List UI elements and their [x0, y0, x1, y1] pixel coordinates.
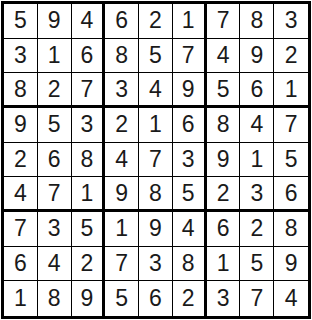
cell-r2c6[interactable]: 7	[173, 39, 207, 74]
cell-r3c5[interactable]: 4	[139, 73, 173, 108]
cell-r6c5[interactable]: 8	[139, 177, 173, 212]
sudoku-board: 5946217833168574928273495619532168472684…	[1, 1, 311, 319]
cell-r3c6[interactable]: 9	[173, 73, 207, 108]
cell-r7c4[interactable]: 1	[105, 212, 139, 247]
cell-r6c9[interactable]: 6	[274, 177, 308, 212]
cell-r4c7[interactable]: 8	[207, 108, 241, 143]
cell-r5c5[interactable]: 7	[139, 143, 173, 178]
cell-r1c1[interactable]: 5	[4, 4, 38, 39]
cell-r2c8[interactable]: 9	[240, 39, 274, 74]
cell-r8c2[interactable]: 4	[38, 247, 72, 282]
cell-r1c4[interactable]: 6	[105, 4, 139, 39]
cell-r5c1[interactable]: 2	[4, 143, 38, 178]
cell-r2c7[interactable]: 4	[207, 39, 241, 74]
cell-r6c6[interactable]: 5	[173, 177, 207, 212]
cell-r6c2[interactable]: 7	[38, 177, 72, 212]
sudoku-page: 5946217833168574928273495619532168472684…	[0, 0, 312, 320]
cell-r8c6[interactable]: 8	[173, 247, 207, 282]
cell-r7c5[interactable]: 9	[139, 212, 173, 247]
cell-r5c3[interactable]: 8	[72, 143, 106, 178]
cell-r9c1[interactable]: 1	[4, 281, 38, 316]
cell-r4c2[interactable]: 5	[38, 108, 72, 143]
cell-r7c3[interactable]: 5	[72, 212, 106, 247]
cell-r9c8[interactable]: 7	[240, 281, 274, 316]
cell-r9c9[interactable]: 4	[274, 281, 308, 316]
cell-r1c2[interactable]: 9	[38, 4, 72, 39]
cell-r7c7[interactable]: 6	[207, 212, 241, 247]
cell-r4c5[interactable]: 1	[139, 108, 173, 143]
cell-r1c7[interactable]: 7	[207, 4, 241, 39]
cell-r3c1[interactable]: 8	[4, 73, 38, 108]
cell-r9c5[interactable]: 6	[139, 281, 173, 316]
cell-r5c6[interactable]: 3	[173, 143, 207, 178]
cell-r4c6[interactable]: 6	[173, 108, 207, 143]
cell-r5c9[interactable]: 5	[274, 143, 308, 178]
cell-r6c3[interactable]: 1	[72, 177, 106, 212]
cell-r6c8[interactable]: 3	[240, 177, 274, 212]
cell-r8c1[interactable]: 6	[4, 247, 38, 282]
cell-r4c1[interactable]: 9	[4, 108, 38, 143]
cell-r9c3[interactable]: 9	[72, 281, 106, 316]
cell-r7c2[interactable]: 3	[38, 212, 72, 247]
cell-r2c3[interactable]: 6	[72, 39, 106, 74]
cell-r2c5[interactable]: 5	[139, 39, 173, 74]
cell-r2c4[interactable]: 8	[105, 39, 139, 74]
cell-r3c8[interactable]: 6	[240, 73, 274, 108]
cell-r3c9[interactable]: 1	[274, 73, 308, 108]
cell-r2c9[interactable]: 2	[274, 39, 308, 74]
cell-r9c2[interactable]: 8	[38, 281, 72, 316]
cell-r7c8[interactable]: 2	[240, 212, 274, 247]
cell-r8c9[interactable]: 9	[274, 247, 308, 282]
cell-r6c1[interactable]: 4	[4, 177, 38, 212]
cell-r4c9[interactable]: 7	[274, 108, 308, 143]
cell-r3c3[interactable]: 7	[72, 73, 106, 108]
cell-r4c8[interactable]: 4	[240, 108, 274, 143]
cell-r8c4[interactable]: 7	[105, 247, 139, 282]
cell-r3c2[interactable]: 2	[38, 73, 72, 108]
cell-r3c4[interactable]: 3	[105, 73, 139, 108]
cell-r6c4[interactable]: 9	[105, 177, 139, 212]
cell-r9c6[interactable]: 2	[173, 281, 207, 316]
cell-r8c8[interactable]: 5	[240, 247, 274, 282]
cell-r1c6[interactable]: 1	[173, 4, 207, 39]
cell-r4c4[interactable]: 2	[105, 108, 139, 143]
cell-r2c2[interactable]: 1	[38, 39, 72, 74]
cell-r5c8[interactable]: 1	[240, 143, 274, 178]
cell-r9c7[interactable]: 3	[207, 281, 241, 316]
cell-r1c3[interactable]: 4	[72, 4, 106, 39]
cell-r3c7[interactable]: 5	[207, 73, 241, 108]
cell-r8c3[interactable]: 2	[72, 247, 106, 282]
cell-r6c7[interactable]: 2	[207, 177, 241, 212]
cell-r9c4[interactable]: 5	[105, 281, 139, 316]
cell-r1c5[interactable]: 2	[139, 4, 173, 39]
cell-r8c5[interactable]: 3	[139, 247, 173, 282]
cell-r7c6[interactable]: 4	[173, 212, 207, 247]
cell-r7c9[interactable]: 8	[274, 212, 308, 247]
cell-r5c7[interactable]: 9	[207, 143, 241, 178]
cell-r1c8[interactable]: 8	[240, 4, 274, 39]
cell-r1c9[interactable]: 3	[274, 4, 308, 39]
cell-r8c7[interactable]: 1	[207, 247, 241, 282]
cell-r4c3[interactable]: 3	[72, 108, 106, 143]
cell-r5c2[interactable]: 6	[38, 143, 72, 178]
cell-r5c4[interactable]: 4	[105, 143, 139, 178]
cell-r2c1[interactable]: 3	[4, 39, 38, 74]
cell-r7c1[interactable]: 7	[4, 212, 38, 247]
